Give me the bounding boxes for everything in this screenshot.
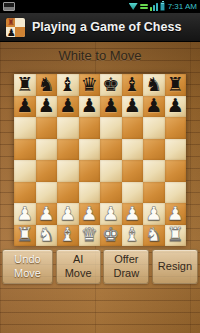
square-a4[interactable]: [14, 160, 36, 182]
battery-icon: [160, 2, 165, 11]
square-e8[interactable]: ♚: [100, 74, 122, 96]
square-f8[interactable]: ♝: [122, 74, 144, 96]
square-a3[interactable]: [14, 182, 36, 204]
square-b8[interactable]: ♞: [36, 74, 58, 96]
square-a2[interactable]: ♟: [14, 203, 36, 225]
black-rook: ♜: [165, 73, 187, 94]
white-pawn: ♟: [122, 202, 144, 223]
undo-move-button[interactable]: Undo Move: [2, 249, 53, 284]
square-e3[interactable]: [100, 182, 122, 204]
ai-move-button[interactable]: AI Move: [56, 249, 101, 284]
white-pawn: ♟: [36, 202, 58, 223]
network-indicator-icon: [140, 4, 148, 9]
square-b5[interactable]: [36, 139, 58, 161]
square-g5[interactable]: [143, 139, 165, 161]
white-pawn: ♟: [79, 202, 101, 223]
white-king: ♚: [100, 224, 122, 245]
offer-draw-button[interactable]: Offer Draw: [103, 249, 149, 284]
square-a1[interactable]: ♜: [14, 225, 36, 247]
square-h8[interactable]: ♜: [165, 74, 187, 96]
wifi-icon: [129, 3, 138, 10]
square-d4[interactable]: [79, 160, 101, 182]
square-h6[interactable]: [165, 117, 187, 139]
white-pawn: ♟: [143, 202, 165, 223]
white-pawn: ♟: [165, 202, 187, 223]
white-knight: ♞: [143, 224, 165, 245]
black-queen: ♛: [79, 73, 101, 94]
square-b4[interactable]: [36, 160, 58, 182]
black-pawn: ♟: [57, 95, 79, 116]
square-d2[interactable]: ♟: [79, 203, 101, 225]
screenshot-notification-icon: [3, 2, 15, 11]
square-f7[interactable]: ♟: [122, 96, 144, 118]
status-bar: 7:31 AM: [0, 0, 200, 13]
square-e7[interactable]: ♟: [100, 96, 122, 118]
square-h2[interactable]: ♟: [165, 203, 187, 225]
square-c7[interactable]: ♟: [57, 96, 79, 118]
square-f4[interactable]: [122, 160, 144, 182]
square-f5[interactable]: [122, 139, 144, 161]
white-knight: ♞: [36, 224, 58, 245]
app-screen: 7:31 AM ♜ ♟ Playing a Game of Chess Whit…: [0, 0, 200, 333]
square-g8[interactable]: ♞: [143, 74, 165, 96]
resign-button[interactable]: Resign: [152, 249, 198, 284]
square-a8[interactable]: ♜: [14, 74, 36, 96]
square-b1[interactable]: ♞: [36, 225, 58, 247]
square-g3[interactable]: [143, 182, 165, 204]
square-a6[interactable]: [14, 117, 36, 139]
square-f1[interactable]: ♝: [122, 225, 144, 247]
square-g4[interactable]: [143, 160, 165, 182]
chess-app-icon: ♜ ♟: [6, 18, 25, 37]
white-bishop: ♝: [122, 224, 144, 245]
square-c3[interactable]: [57, 182, 79, 204]
black-pawn: ♟: [100, 95, 122, 116]
square-h5[interactable]: [165, 139, 187, 161]
square-g7[interactable]: ♟: [143, 96, 165, 118]
black-pawn: ♟: [36, 95, 58, 116]
square-a7[interactable]: ♟: [14, 96, 36, 118]
square-f6[interactable]: [122, 117, 144, 139]
square-c1[interactable]: ♝: [57, 225, 79, 247]
black-rook: ♜: [14, 73, 36, 94]
square-h3[interactable]: [165, 182, 187, 204]
square-e4[interactable]: [100, 160, 122, 182]
action-bar: ♜ ♟ Playing a Game of Chess: [0, 13, 200, 42]
square-c4[interactable]: [57, 160, 79, 182]
black-bishop: ♝: [57, 73, 79, 94]
white-pawn: ♟: [57, 202, 79, 223]
black-pawn: ♟: [143, 95, 165, 116]
square-g6[interactable]: [143, 117, 165, 139]
square-a5[interactable]: [14, 139, 36, 161]
turn-indicator: White to Move: [0, 48, 200, 63]
square-e5[interactable]: [100, 139, 122, 161]
black-pawn: ♟: [122, 95, 144, 116]
square-b6[interactable]: [36, 117, 58, 139]
square-d8[interactable]: ♛: [79, 74, 101, 96]
square-c5[interactable]: [57, 139, 79, 161]
square-c8[interactable]: ♝: [57, 74, 79, 96]
square-g1[interactable]: ♞: [143, 225, 165, 247]
square-b3[interactable]: [36, 182, 58, 204]
white-rook: ♜: [165, 224, 187, 245]
square-d5[interactable]: [79, 139, 101, 161]
black-pawn: ♟: [79, 95, 101, 116]
square-d7[interactable]: ♟: [79, 96, 101, 118]
white-queen: ♛: [79, 224, 101, 245]
square-d3[interactable]: [79, 182, 101, 204]
square-e6[interactable]: [100, 117, 122, 139]
square-g2[interactable]: ♟: [143, 203, 165, 225]
square-f3[interactable]: [122, 182, 144, 204]
black-knight: ♞: [36, 73, 58, 94]
square-f2[interactable]: ♟: [122, 203, 144, 225]
button-bar: Undo Move AI Move Offer Draw Resign: [0, 249, 200, 284]
white-rook: ♜: [14, 224, 36, 245]
white-pawn: ♟: [14, 202, 36, 223]
square-c6[interactable]: [57, 117, 79, 139]
square-h7[interactable]: ♟: [165, 96, 187, 118]
chess-board[interactable]: ♜♞♝♛♚♝♞♜♟♟♟♟♟♟♟♟♟♟♟♟♟♟♟♟♜♞♝♛♚♝♞♜: [14, 74, 186, 246]
black-pawn: ♟: [165, 95, 187, 116]
black-knight: ♞: [143, 73, 165, 94]
square-e1[interactable]: ♚: [100, 225, 122, 247]
square-b2[interactable]: ♟: [36, 203, 58, 225]
signal-icon: [150, 3, 158, 11]
black-bishop: ♝: [122, 73, 144, 94]
square-d6[interactable]: [79, 117, 101, 139]
square-c2[interactable]: ♟: [57, 203, 79, 225]
clock-text: 7:31 AM: [167, 2, 197, 11]
app-title: Playing a Game of Chess: [32, 20, 181, 34]
square-h4[interactable]: [165, 160, 187, 182]
white-bishop: ♝: [57, 224, 79, 245]
square-e2[interactable]: ♟: [100, 203, 122, 225]
square-d1[interactable]: ♛: [79, 225, 101, 247]
black-pawn: ♟: [14, 95, 36, 116]
square-h1[interactable]: ♜: [165, 225, 187, 247]
square-b7[interactable]: ♟: [36, 96, 58, 118]
white-pawn: ♟: [100, 202, 122, 223]
black-king: ♚: [100, 73, 122, 94]
